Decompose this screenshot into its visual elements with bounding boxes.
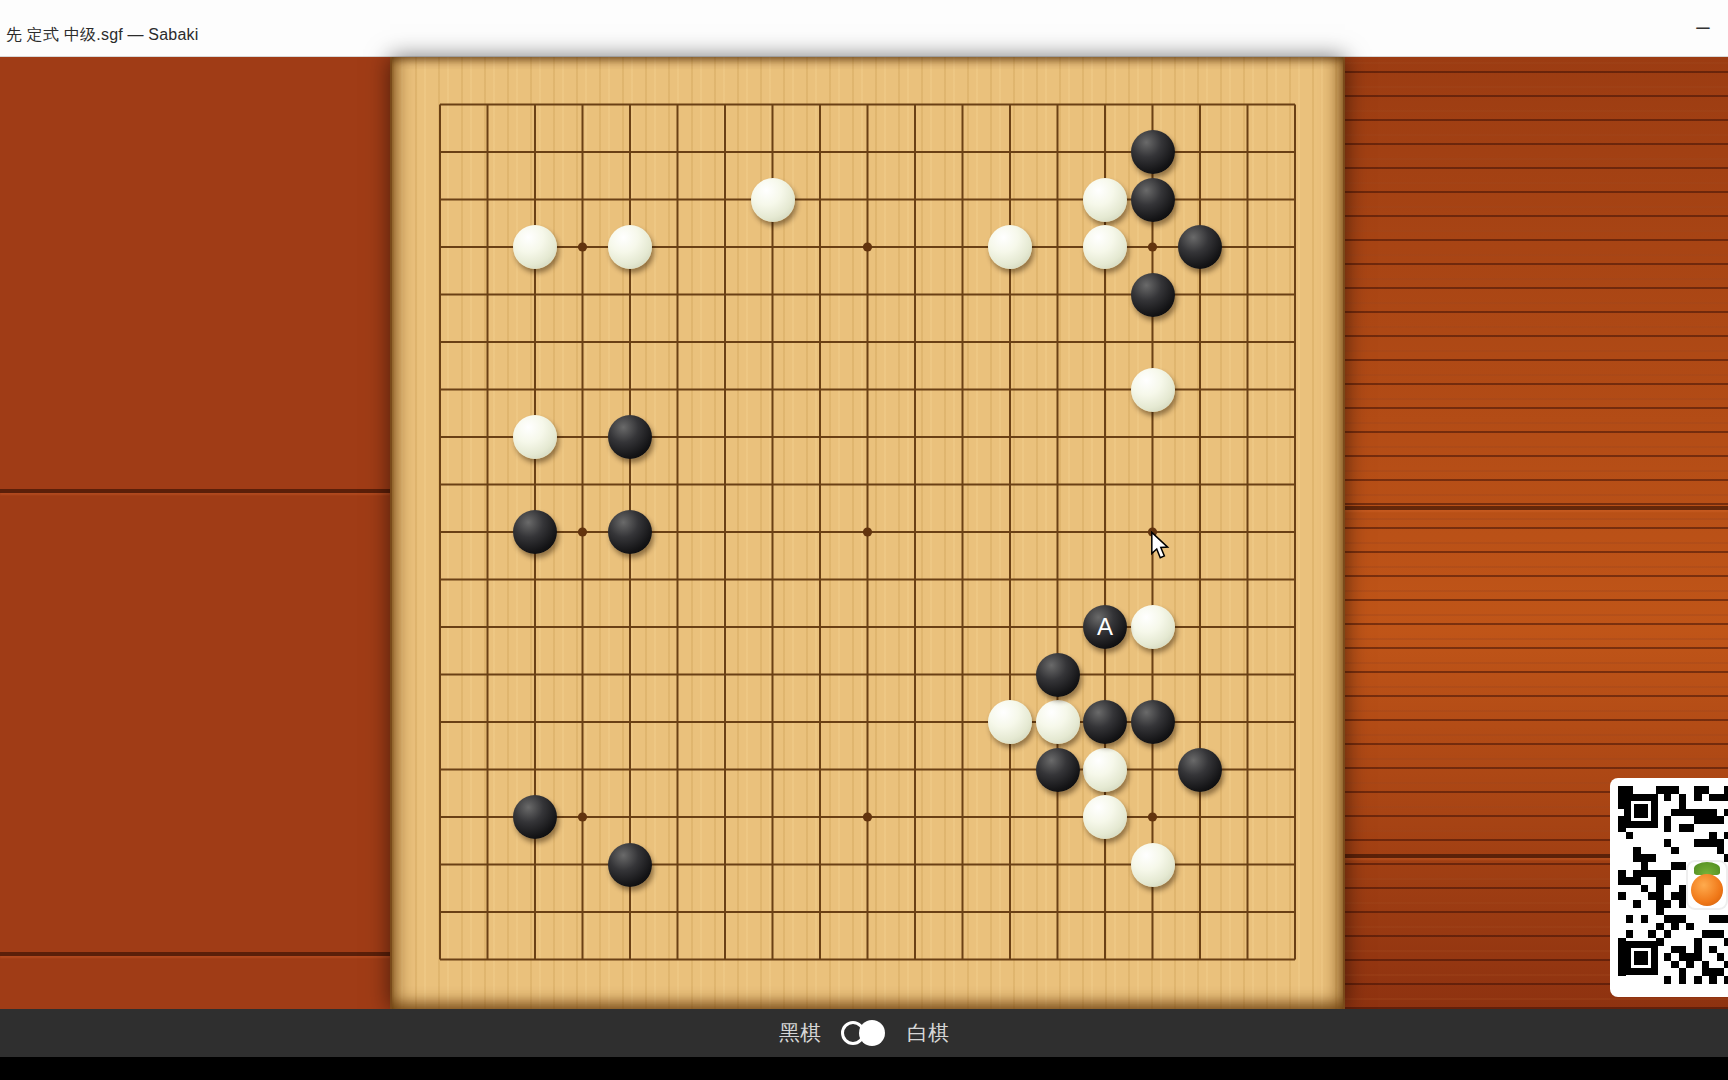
white-stone [1131,368,1175,412]
white-stone [513,225,557,269]
black-stone [1131,130,1175,174]
wood-plank-seam [0,952,390,956]
white-stone-icon [859,1020,885,1046]
white-stone [1036,700,1080,744]
black-stone [1131,178,1175,222]
white-stone [1083,795,1127,839]
white-stone [988,700,1032,744]
black-stone [1131,273,1175,317]
wood-plank-seam [1345,506,1728,510]
star-point [863,812,872,821]
app-window: 先 定式 中级.sgf — Sabaki – A 黑棋 白棋 [0,0,1728,1080]
black-stone [513,795,557,839]
qr-finder-pattern [1624,941,1658,975]
white-stone [988,225,1032,269]
go-board[interactable]: A [390,57,1345,1009]
white-stone [1083,225,1127,269]
white-stone [608,225,652,269]
black-stone [608,510,652,554]
qr-center-logo [1686,860,1728,910]
black-stone [513,510,557,554]
white-player-label: 白棋 [907,1019,949,1047]
wood-plank-seam [0,489,390,493]
window-title: 先 定式 中级.sgf — Sabaki [6,25,199,46]
white-stone [1083,178,1127,222]
white-stone [1131,605,1175,649]
star-point [863,242,872,251]
white-stone [1083,748,1127,792]
black-stone [608,415,652,459]
black-player-label: 黑棋 [779,1019,821,1047]
title-bar: 先 定式 中级.sgf — Sabaki [0,0,1728,57]
player-toolbar: 黑棋 白棋 [0,1009,1728,1057]
black-stone: A [1083,605,1127,649]
star-point [1148,242,1157,251]
white-stone [513,415,557,459]
star-point [578,527,587,536]
black-stone [1036,653,1080,697]
black-stone [608,843,652,887]
stone-label: A [1097,615,1113,639]
black-stone [1083,700,1127,744]
white-stone [1131,843,1175,887]
black-stone [1178,225,1222,269]
star-point [1148,527,1157,536]
star-point [578,242,587,251]
star-point [863,527,872,536]
qr-code-overlay [1610,778,1728,997]
white-stone [751,178,795,222]
minimize-button[interactable]: – [1692,16,1714,40]
star-point [578,812,587,821]
black-stone [1178,748,1222,792]
qr-finder-pattern [1624,794,1658,828]
black-stone [1036,748,1080,792]
bottom-filler-bar [0,1057,1728,1080]
star-point [1148,812,1157,821]
turn-toggle[interactable] [841,1020,887,1046]
table-wood-left [0,57,390,1009]
black-stone [1131,700,1175,744]
qr-logo-fruit [1691,874,1723,906]
